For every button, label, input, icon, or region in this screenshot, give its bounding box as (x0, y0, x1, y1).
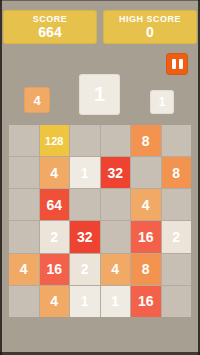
pause-button[interactable] (166, 53, 188, 75)
high-score-box: HIGH SCORE 0 (103, 10, 197, 44)
empty-cell (162, 189, 192, 220)
score-box: SCORE 664 (3, 10, 97, 44)
tile-16: 16 (131, 286, 161, 317)
empty-cell (9, 157, 39, 188)
tile-128: 128 (40, 125, 70, 156)
tile-4: 4 (101, 254, 131, 285)
empty-cell (101, 125, 131, 156)
tile-8: 8 (131, 254, 161, 285)
empty-cell (9, 286, 39, 317)
screen-edge-left (0, 0, 2, 355)
screen-edge-right (198, 0, 200, 355)
tile-4: 4 (40, 157, 70, 188)
tile-4: 4 (131, 189, 161, 220)
tile-16: 16 (40, 254, 70, 285)
tile-2: 2 (70, 254, 100, 285)
empty-cell (70, 189, 100, 220)
tile-2: 2 (162, 221, 192, 252)
empty-cell (162, 286, 192, 317)
empty-cell (9, 221, 39, 252)
empty-cell (101, 221, 131, 252)
game-screen: { "game": "2048 drop-merge puzzle, 6x6 b… (0, 0, 200, 355)
tile-1: 1 (70, 157, 100, 188)
tile-4: 4 (9, 254, 39, 285)
pause-icon (172, 59, 176, 69)
score-value: 664 (38, 25, 61, 40)
tile-32: 32 (70, 221, 100, 252)
tile-1: 1 (101, 286, 131, 317)
tile-4: 4 (40, 286, 70, 317)
screen-edge-top (0, 0, 200, 1)
empty-cell (101, 189, 131, 220)
board-grid[interactable]: 12884132864423216241624841116 (9, 125, 191, 317)
empty-cell (70, 125, 100, 156)
tile-8: 8 (162, 157, 192, 188)
empty-cell (9, 189, 39, 220)
empty-cell (9, 125, 39, 156)
empty-cell (162, 125, 192, 156)
tile-2: 2 (40, 221, 70, 252)
incoming-tile-1: 1 (79, 74, 120, 115)
pause-icon (179, 59, 183, 69)
tile-64: 64 (40, 189, 70, 220)
tile-1: 1 (70, 286, 100, 317)
empty-cell (162, 254, 192, 285)
high-score-value: 0 (146, 25, 154, 40)
tile-32: 32 (101, 157, 131, 188)
incoming-tile-4: 4 (24, 87, 50, 113)
tile-16: 16 (131, 221, 161, 252)
tile-8: 8 (131, 125, 161, 156)
empty-cell (131, 157, 161, 188)
incoming-tile-1: 1 (150, 90, 174, 114)
